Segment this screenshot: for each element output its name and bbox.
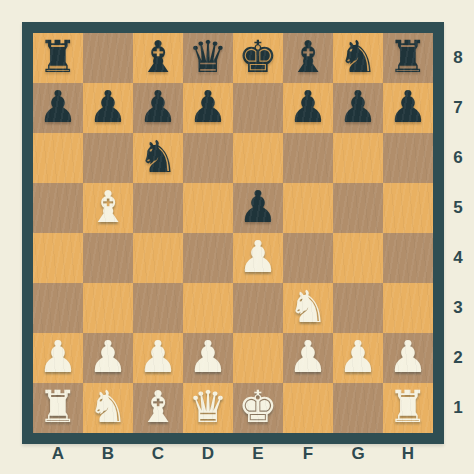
rank-labels: 87654321 [446,33,470,433]
square-d8[interactable]: ♛ [183,33,233,83]
square-d3[interactable] [183,283,233,333]
square-g2[interactable]: ♟ [333,333,383,383]
white-pawn: ♟ [88,332,127,382]
square-c2[interactable]: ♟ [133,333,183,383]
square-d1[interactable]: ♛ [183,383,233,433]
square-d4[interactable] [183,233,233,283]
black-rook: ♜ [38,32,77,82]
board-frame: ♜♝♛♚♝♞♜♟♟♟♟♟♟♟♞♝♟♟♞♟♟♟♟♟♟♟♜♞♝♛♚♜ [22,22,444,444]
square-c4[interactable] [133,233,183,283]
square-e7[interactable] [233,83,283,133]
square-d6[interactable] [183,133,233,183]
square-a4[interactable] [33,233,83,283]
file-label-c: C [133,441,183,467]
square-a8[interactable]: ♜ [33,33,83,83]
square-g7[interactable]: ♟ [333,83,383,133]
square-f6[interactable] [283,133,333,183]
rank-label-7: 7 [446,83,470,133]
square-c3[interactable] [133,283,183,333]
black-pawn: ♟ [338,82,377,132]
black-knight: ♞ [138,132,177,182]
white-pawn: ♟ [338,332,377,382]
square-h8[interactable]: ♜ [383,33,433,83]
square-e5[interactable]: ♟ [233,183,283,233]
file-label-e: E [233,441,283,467]
square-b1[interactable]: ♞ [83,383,133,433]
square-e4[interactable]: ♟ [233,233,283,283]
chess-diagram: ♜♝♛♚♝♞♜♟♟♟♟♟♟♟♞♝♟♟♞♟♟♟♟♟♟♟♜♞♝♛♚♜ ABCDEFG… [0,0,474,474]
square-h1[interactable]: ♜ [383,383,433,433]
square-d5[interactable] [183,183,233,233]
square-a2[interactable]: ♟ [33,333,83,383]
square-c5[interactable] [133,183,183,233]
white-pawn: ♟ [288,332,327,382]
square-b8[interactable] [83,33,133,83]
square-f7[interactable]: ♟ [283,83,333,133]
black-rook: ♜ [388,32,427,82]
rank-label-4: 4 [446,233,470,283]
white-knight: ♞ [88,382,127,432]
chess-board: ♜♝♛♚♝♞♜♟♟♟♟♟♟♟♞♝♟♟♞♟♟♟♟♟♟♟♜♞♝♛♚♜ [33,33,433,433]
file-label-g: G [333,441,383,467]
black-pawn: ♟ [288,82,327,132]
square-b6[interactable] [83,133,133,183]
black-pawn: ♟ [38,82,77,132]
square-c7[interactable]: ♟ [133,83,183,133]
black-knight: ♞ [338,32,377,82]
rank-label-8: 8 [446,33,470,83]
black-bishop: ♝ [138,32,177,82]
square-b7[interactable]: ♟ [83,83,133,133]
black-pawn: ♟ [88,82,127,132]
square-e3[interactable] [233,283,283,333]
square-h6[interactable] [383,133,433,183]
white-queen: ♛ [188,382,227,432]
square-a5[interactable] [33,183,83,233]
square-e1[interactable]: ♚ [233,383,283,433]
rank-label-2: 2 [446,333,470,383]
square-e6[interactable] [233,133,283,183]
square-f3[interactable]: ♞ [283,283,333,333]
white-pawn: ♟ [388,332,427,382]
white-pawn: ♟ [238,232,277,282]
black-bishop: ♝ [288,32,327,82]
white-king: ♚ [238,382,277,432]
black-pawn: ♟ [138,82,177,132]
square-h3[interactable] [383,283,433,333]
square-b2[interactable]: ♟ [83,333,133,383]
square-f4[interactable] [283,233,333,283]
square-c1[interactable]: ♝ [133,383,183,433]
white-pawn: ♟ [138,332,177,382]
square-d2[interactable]: ♟ [183,333,233,383]
square-g5[interactable] [333,183,383,233]
rank-label-5: 5 [446,183,470,233]
square-h2[interactable]: ♟ [383,333,433,383]
rank-label-3: 3 [446,283,470,333]
square-g6[interactable] [333,133,383,183]
square-e2[interactable] [233,333,283,383]
square-c6[interactable]: ♞ [133,133,183,183]
white-knight: ♞ [288,282,327,332]
square-g8[interactable]: ♞ [333,33,383,83]
file-label-b: B [83,441,133,467]
square-d7[interactable]: ♟ [183,83,233,133]
square-a3[interactable] [33,283,83,333]
white-pawn: ♟ [188,332,227,382]
square-e8[interactable]: ♚ [233,33,283,83]
square-f1[interactable] [283,383,333,433]
black-pawn: ♟ [238,182,277,232]
square-f5[interactable] [283,183,333,233]
white-bishop: ♝ [138,382,177,432]
square-g3[interactable] [333,283,383,333]
white-bishop: ♝ [88,182,127,232]
white-rook: ♜ [388,382,427,432]
square-g1[interactable] [333,383,383,433]
square-h7[interactable]: ♟ [383,83,433,133]
square-b4[interactable] [83,233,133,283]
rank-label-1: 1 [446,383,470,433]
square-b5[interactable]: ♝ [83,183,133,233]
square-h4[interactable] [383,233,433,283]
square-a1[interactable]: ♜ [33,383,83,433]
file-label-a: A [33,441,83,467]
square-a6[interactable] [33,133,83,183]
black-queen: ♛ [188,32,227,82]
square-h5[interactable] [383,183,433,233]
file-labels: ABCDEFGH [33,441,433,467]
square-a7[interactable]: ♟ [33,83,83,133]
square-f2[interactable]: ♟ [283,333,333,383]
white-pawn: ♟ [38,332,77,382]
white-rook: ♜ [38,382,77,432]
square-f8[interactable]: ♝ [283,33,333,83]
black-pawn: ♟ [188,82,227,132]
rank-label-6: 6 [446,133,470,183]
black-king: ♚ [238,32,277,82]
file-label-f: F [283,441,333,467]
square-c8[interactable]: ♝ [133,33,183,83]
square-g4[interactable] [333,233,383,283]
square-b3[interactable] [83,283,133,333]
black-pawn: ♟ [388,82,427,132]
file-label-d: D [183,441,233,467]
file-label-h: H [383,441,433,467]
